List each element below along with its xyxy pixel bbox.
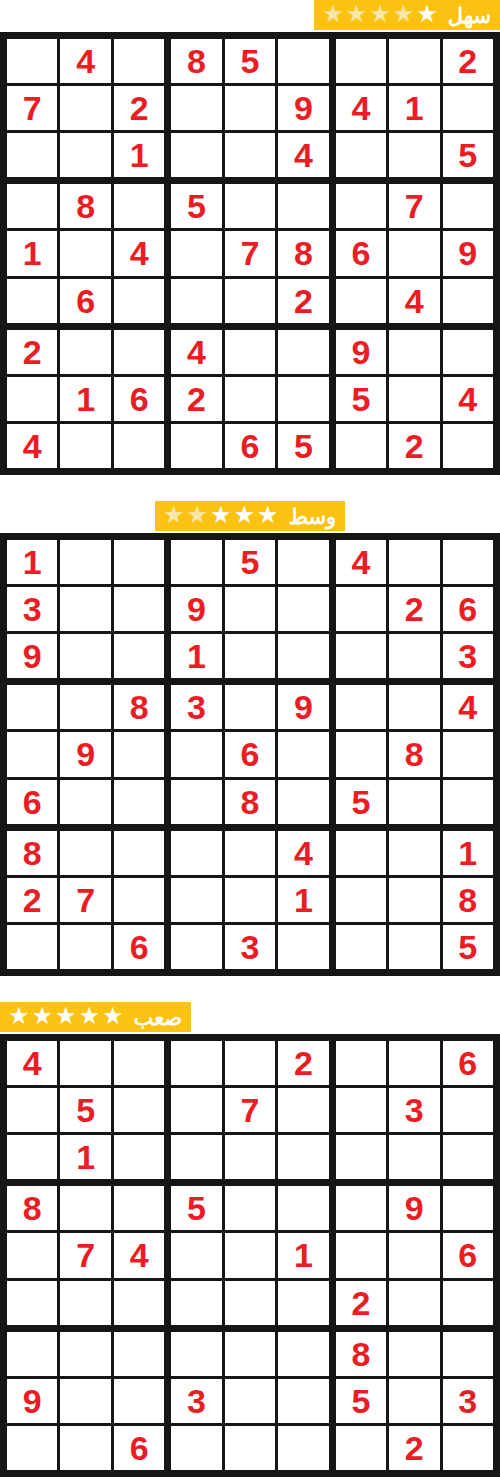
sudoku-cell-r6c8[interactable]	[389, 1281, 439, 1325]
puzzle-easy: ★★★★★ سهل 485272941145857147869624249162…	[0, 0, 500, 475]
difficulty-label: سهل	[448, 5, 491, 26]
sudoku-cell-r4c7[interactable]	[336, 184, 386, 228]
sudoku-cell-r4c6[interactable]: 9	[278, 685, 328, 729]
sudoku-cell-r1c7[interactable]	[336, 1041, 386, 1085]
sudoku-cell-r9c8[interactable]	[389, 925, 439, 969]
sudoku-cell-r8c4[interactable]: 2	[171, 377, 221, 421]
sudoku-cell-r2c8[interactable]: 1	[389, 86, 439, 130]
sudoku-cell-r6c6[interactable]	[278, 780, 328, 824]
sudoku-cell-r2c1[interactable]: 3	[7, 587, 57, 631]
sudoku-cell-r4c6[interactable]	[278, 184, 328, 228]
sudoku-cell-r4c5[interactable]	[225, 685, 275, 729]
sudoku-cell-r1c2[interactable]	[60, 540, 110, 584]
star-faded-icon: ★	[369, 2, 391, 26]
sudoku-cell-r8c9[interactable]: 8	[443, 878, 493, 922]
sudoku-cell-r8c9[interactable]: 3	[443, 1379, 493, 1423]
difficulty-banner-hard: ★★★★★ صعب	[0, 1002, 191, 1032]
sudoku-cell-r2c4[interactable]: 9	[171, 587, 221, 631]
banner-row-easy: ★★★★★ سهل	[0, 0, 500, 30]
sudoku-cell-r5c2[interactable]: 7	[60, 1233, 110, 1277]
sudoku-cell-r3c9[interactable]: 5	[443, 133, 493, 177]
sudoku-cell-r6c1[interactable]: 6	[7, 780, 57, 824]
star-faded-icon: ★	[186, 503, 208, 527]
sudoku-cell-r6c2[interactable]: 6	[60, 279, 110, 323]
sudoku-cell-r2c1[interactable]	[7, 1088, 57, 1132]
sudoku-cell-r7c4[interactable]	[171, 831, 221, 875]
sudoku-cell-r5c5[interactable]: 7	[225, 231, 275, 275]
spacer	[0, 976, 500, 1002]
sudoku-cell-r1c9[interactable]: 6	[443, 1041, 493, 1085]
sudoku-cell-r5c7[interactable]: 6	[336, 231, 386, 275]
sudoku-cell-r2c9[interactable]	[443, 86, 493, 130]
sudoku-cell-r2c5[interactable]	[225, 86, 275, 130]
sudoku-cell-r1c4[interactable]	[171, 540, 221, 584]
sudoku-cell-r7c3[interactable]	[114, 330, 164, 374]
sudoku-cell-r5c8[interactable]	[389, 231, 439, 275]
sudoku-cell-r5c6[interactable]: 8	[278, 231, 328, 275]
sudoku-cell-r8c1[interactable]	[7, 377, 57, 421]
sudoku-cell-r9c3[interactable]: 6	[114, 925, 164, 969]
sudoku-cell-r4c2[interactable]	[60, 1186, 110, 1230]
sudoku-cell-r6c8[interactable]: 4	[389, 279, 439, 323]
star-filled-icon: ★	[8, 1004, 30, 1028]
sudoku-cell-r4c2[interactable]: 8	[60, 184, 110, 228]
sudoku-cell-r5c5[interactable]: 6	[225, 732, 275, 776]
sudoku-cell-r4c9[interactable]: 4	[443, 685, 493, 729]
sudoku-cell-r2c7[interactable]	[336, 587, 386, 631]
sudoku-cell-r1c3[interactable]	[114, 39, 164, 83]
sudoku-cell-r7c1[interactable]: 2	[7, 330, 57, 374]
sudoku-cell-r1c9[interactable]: 2	[443, 39, 493, 83]
sudoku-cell-r9c3[interactable]: 6	[114, 1426, 164, 1470]
sudoku-cell-r3c7[interactable]	[336, 133, 386, 177]
sudoku-cell-r2c6[interactable]: 9	[278, 86, 328, 130]
sudoku-cell-r9c2[interactable]	[60, 1426, 110, 1470]
sudoku-cell-r3c1[interactable]	[7, 1135, 57, 1179]
sudoku-cell-r9c1[interactable]	[7, 925, 57, 969]
sudoku-cell-r2c6[interactable]	[278, 1088, 328, 1132]
sudoku-grid-easy: 485272941145857147869624249162544652	[0, 32, 500, 475]
sudoku-cell-r1c4[interactable]: 8	[171, 39, 221, 83]
sudoku-cell-r4c1[interactable]	[7, 184, 57, 228]
sudoku-cell-r6c9[interactable]	[443, 780, 493, 824]
sudoku-cell-r4c5[interactable]	[225, 184, 275, 228]
star-faded-icon: ★	[393, 2, 415, 26]
star-faded-icon: ★	[346, 2, 368, 26]
sudoku-cell-r7c2[interactable]	[60, 831, 110, 875]
sudoku-cell-r7c8[interactable]	[389, 831, 439, 875]
sudoku-cell-r1c2[interactable]	[60, 1041, 110, 1085]
sudoku-cell-r5c6[interactable]: 1	[278, 1233, 328, 1277]
sudoku-cell-r2c1[interactable]: 7	[7, 86, 57, 130]
sudoku-cell-r1c8[interactable]	[389, 1041, 439, 1085]
sudoku-cell-r7c6[interactable]	[278, 1332, 328, 1376]
sudoku-cell-r2c5[interactable]	[225, 587, 275, 631]
sudoku-cell-r9c6[interactable]	[278, 925, 328, 969]
sudoku-cell-r7c7[interactable]	[336, 831, 386, 875]
sudoku-cell-r5c2[interactable]: 9	[60, 732, 110, 776]
sudoku-cell-r4c8[interactable]: 7	[389, 184, 439, 228]
sudoku-cell-r8c2[interactable]: 1	[60, 377, 110, 421]
puzzle-hard: ★★★★★ صعب 4265731859741628935362	[0, 1002, 500, 1477]
sudoku-cell-r1c8[interactable]	[389, 39, 439, 83]
sudoku-cell-r8c2[interactable]	[60, 1379, 110, 1423]
sudoku-cell-r9c9[interactable]	[443, 424, 493, 468]
sudoku-cell-r6c7[interactable]: 2	[336, 1281, 386, 1325]
sudoku-cell-r5c7[interactable]	[336, 1233, 386, 1277]
sudoku-cell-r4c5[interactable]	[225, 1186, 275, 1230]
sudoku-cell-r3c5[interactable]	[225, 133, 275, 177]
sudoku-cell-r1c6[interactable]	[278, 540, 328, 584]
sudoku-cell-r9c6[interactable]: 5	[278, 424, 328, 468]
sudoku-cell-r7c7[interactable]: 8	[336, 1332, 386, 1376]
sudoku-cell-r2c5[interactable]: 7	[225, 1088, 275, 1132]
sudoku-cell-r7c8[interactable]	[389, 330, 439, 374]
sudoku-cell-r5c9[interactable]: 6	[443, 1233, 493, 1277]
sudoku-cell-r8c7[interactable]: 5	[336, 1379, 386, 1423]
sudoku-cell-r1c6[interactable]: 2	[278, 1041, 328, 1085]
sudoku-cell-r1c1[interactable]	[7, 39, 57, 83]
sudoku-cell-r7c7[interactable]: 9	[336, 330, 386, 374]
sudoku-cell-r5c2[interactable]	[60, 231, 110, 275]
sudoku-cell-r7c6[interactable]: 4	[278, 831, 328, 875]
sudoku-cell-r3c5[interactable]	[225, 1135, 275, 1179]
sudoku-cell-r3c9[interactable]	[443, 1135, 493, 1179]
sudoku-cell-r4c3[interactable]	[114, 184, 164, 228]
sudoku-cell-r2c4[interactable]	[171, 86, 221, 130]
sudoku-cell-r5c8[interactable]: 8	[389, 732, 439, 776]
sudoku-cell-r5c8[interactable]	[389, 1233, 439, 1277]
sudoku-grid-medium: 154392691383949686858412718635	[0, 533, 500, 976]
sudoku-cell-r9c2[interactable]	[60, 925, 110, 969]
difficulty-label: وسط	[288, 506, 336, 527]
sudoku-cell-r2c9[interactable]: 6	[443, 587, 493, 631]
star-filled-icon: ★	[416, 2, 438, 26]
star-filled-icon: ★	[32, 1004, 54, 1028]
sudoku-cell-r5c7[interactable]	[336, 732, 386, 776]
sudoku-cell-r5c3[interactable]	[114, 732, 164, 776]
sudoku-cell-r1c3[interactable]	[114, 1041, 164, 1085]
sudoku-cell-r9c8[interactable]: 2	[389, 1426, 439, 1470]
sudoku-cell-r2c9[interactable]	[443, 1088, 493, 1132]
sudoku-cell-r6c5[interactable]	[225, 279, 275, 323]
sudoku-cell-r3c7[interactable]	[336, 634, 386, 678]
star-filled-icon: ★	[210, 503, 232, 527]
sudoku-cell-r1c4[interactable]	[171, 1041, 221, 1085]
sudoku-cell-r4c4[interactable]: 5	[171, 1186, 221, 1230]
star-filled-icon: ★	[233, 503, 255, 527]
sudoku-cell-r5c9[interactable]	[443, 732, 493, 776]
sudoku-cell-r3c3[interactable]: 1	[114, 133, 164, 177]
sudoku-cell-r7c4[interactable]	[171, 1332, 221, 1376]
sudoku-cell-r9c7[interactable]	[336, 925, 386, 969]
sudoku-cell-r6c9[interactable]	[443, 279, 493, 323]
sudoku-cell-r3c3[interactable]	[114, 634, 164, 678]
sudoku-cell-r7c9[interactable]	[443, 330, 493, 374]
sudoku-cell-r1c6[interactable]	[278, 39, 328, 83]
sudoku-cell-r1c5[interactable]	[225, 1041, 275, 1085]
sudoku-cell-r8c1[interactable]: 2	[7, 878, 57, 922]
sudoku-cell-r8c4[interactable]	[171, 878, 221, 922]
sudoku-cell-r3c4[interactable]	[171, 1135, 221, 1179]
sudoku-page: ★★★★★ سهل 485272941145857147869624249162…	[0, 0, 500, 1477]
sudoku-cell-r8c5[interactable]	[225, 377, 275, 421]
sudoku-cell-r4c1[interactable]: 8	[7, 1186, 57, 1230]
sudoku-cell-r5c1[interactable]	[7, 1233, 57, 1277]
sudoku-cell-r4c8[interactable]	[389, 685, 439, 729]
sudoku-cell-r2c3[interactable]: 2	[114, 86, 164, 130]
sudoku-grid-hard: 4265731859741628935362	[0, 1034, 500, 1477]
sudoku-cell-r6c9[interactable]	[443, 1281, 493, 1325]
star-faded-icon: ★	[322, 2, 344, 26]
sudoku-cell-r6c1[interactable]	[7, 279, 57, 323]
sudoku-cell-r9c5[interactable]: 3	[225, 925, 275, 969]
sudoku-cell-r1c9[interactable]	[443, 540, 493, 584]
sudoku-cell-r4c4[interactable]: 5	[171, 184, 221, 228]
sudoku-cell-r5c9[interactable]: 9	[443, 231, 493, 275]
sudoku-cell-r2c7[interactable]: 4	[336, 86, 386, 130]
sudoku-cell-r9c8[interactable]: 2	[389, 424, 439, 468]
sudoku-cell-r9c3[interactable]	[114, 424, 164, 468]
sudoku-cell-r2c2[interactable]: 5	[60, 1088, 110, 1132]
sudoku-cell-r8c8[interactable]	[389, 878, 439, 922]
sudoku-cell-r3c2[interactable]	[60, 634, 110, 678]
star-filled-icon: ★	[55, 1004, 77, 1028]
sudoku-cell-r2c3[interactable]	[114, 1088, 164, 1132]
sudoku-cell-r8c5[interactable]	[225, 878, 275, 922]
sudoku-cell-r7c2[interactable]	[60, 1332, 110, 1376]
sudoku-cell-r1c3[interactable]	[114, 540, 164, 584]
sudoku-cell-r6c5[interactable]	[225, 1281, 275, 1325]
sudoku-cell-r6c2[interactable]	[60, 780, 110, 824]
sudoku-cell-r5c6[interactable]	[278, 732, 328, 776]
difficulty-banner-medium: ★★★★★ وسط	[155, 501, 345, 531]
banner-row-medium: ★★★★★ وسط	[0, 501, 500, 531]
sudoku-cell-r3c9[interactable]: 3	[443, 634, 493, 678]
sudoku-cell-r5c5[interactable]	[225, 1233, 275, 1277]
sudoku-cell-r6c6[interactable]	[278, 1281, 328, 1325]
sudoku-cell-r7c6[interactable]	[278, 330, 328, 374]
sudoku-cell-r7c8[interactable]	[389, 1332, 439, 1376]
star-rating: ★★★★★	[7, 1005, 125, 1029]
sudoku-cell-r3c5[interactable]	[225, 634, 275, 678]
sudoku-cell-r9c1[interactable]: 4	[7, 424, 57, 468]
sudoku-cell-r9c9[interactable]	[443, 1426, 493, 1470]
sudoku-cell-r3c6[interactable]	[278, 1135, 328, 1179]
sudoku-cell-r1c7[interactable]	[336, 39, 386, 83]
sudoku-cell-r7c5[interactable]	[225, 330, 275, 374]
sudoku-cell-r5c4[interactable]	[171, 732, 221, 776]
sudoku-cell-r6c3[interactable]	[114, 279, 164, 323]
sudoku-cell-r3c1[interactable]: 9	[7, 634, 57, 678]
sudoku-cell-r4c6[interactable]	[278, 1186, 328, 1230]
sudoku-cell-r4c9[interactable]	[443, 1186, 493, 1230]
sudoku-cell-r8c6[interactable]: 1	[278, 878, 328, 922]
star-filled-icon: ★	[257, 503, 279, 527]
sudoku-cell-r3c8[interactable]	[389, 133, 439, 177]
sudoku-cell-r6c4[interactable]	[171, 1281, 221, 1325]
star-faded-icon: ★	[163, 503, 185, 527]
sudoku-cell-r4c8[interactable]: 9	[389, 1186, 439, 1230]
sudoku-cell-r8c1[interactable]: 9	[7, 1379, 57, 1423]
sudoku-cell-r3c1[interactable]	[7, 133, 57, 177]
sudoku-cell-r5c1[interactable]	[7, 732, 57, 776]
sudoku-cell-r2c8[interactable]: 2	[389, 587, 439, 631]
sudoku-cell-r9c2[interactable]	[60, 424, 110, 468]
sudoku-cell-r8c8[interactable]	[389, 377, 439, 421]
sudoku-cell-r1c5[interactable]: 5	[225, 540, 275, 584]
sudoku-cell-r8c5[interactable]	[225, 1379, 275, 1423]
star-rating: ★★★★★	[162, 504, 280, 528]
star-filled-icon: ★	[102, 1004, 124, 1028]
sudoku-cell-r9c5[interactable]: 6	[225, 424, 275, 468]
sudoku-cell-r2c7[interactable]	[336, 1088, 386, 1132]
sudoku-cell-r9c7[interactable]	[336, 1426, 386, 1470]
sudoku-cell-r2c4[interactable]	[171, 1088, 221, 1132]
sudoku-cell-r8c6[interactable]	[278, 377, 328, 421]
sudoku-cell-r5c3[interactable]: 4	[114, 1233, 164, 1277]
sudoku-cell-r9c4[interactable]	[171, 1426, 221, 1470]
sudoku-cell-r1c5[interactable]: 5	[225, 39, 275, 83]
sudoku-cell-r3c8[interactable]	[389, 1135, 439, 1179]
sudoku-cell-r7c5[interactable]	[225, 831, 275, 875]
sudoku-cell-r4c1[interactable]	[7, 685, 57, 729]
sudoku-cell-r1c1[interactable]: 1	[7, 540, 57, 584]
sudoku-cell-r4c4[interactable]: 3	[171, 685, 221, 729]
sudoku-cell-r9c5[interactable]	[225, 1426, 275, 1470]
sudoku-cell-r6c4[interactable]	[171, 279, 221, 323]
sudoku-cell-r3c8[interactable]	[389, 634, 439, 678]
sudoku-cell-r3c6[interactable]: 4	[278, 133, 328, 177]
sudoku-cell-r9c1[interactable]	[7, 1426, 57, 1470]
sudoku-cell-r2c8[interactable]: 3	[389, 1088, 439, 1132]
sudoku-cell-r6c8[interactable]	[389, 780, 439, 824]
sudoku-cell-r8c9[interactable]: 4	[443, 377, 493, 421]
sudoku-cell-r7c1[interactable]	[7, 1332, 57, 1376]
sudoku-cell-r1c1[interactable]: 4	[7, 1041, 57, 1085]
sudoku-cell-r4c3[interactable]: 8	[114, 685, 164, 729]
sudoku-cell-r3c3[interactable]	[114, 1135, 164, 1179]
sudoku-cell-r7c3[interactable]	[114, 1332, 164, 1376]
sudoku-cell-r8c4[interactable]: 3	[171, 1379, 221, 1423]
spacer	[0, 475, 500, 501]
sudoku-cell-r6c3[interactable]	[114, 780, 164, 824]
sudoku-cell-r5c4[interactable]	[171, 231, 221, 275]
sudoku-cell-r8c3[interactable]: 6	[114, 377, 164, 421]
sudoku-cell-r6c1[interactable]	[7, 1281, 57, 1325]
sudoku-cell-r5c1[interactable]: 1	[7, 231, 57, 275]
sudoku-cell-r3c4[interactable]	[171, 133, 221, 177]
sudoku-cell-r1c8[interactable]	[389, 540, 439, 584]
sudoku-cell-r6c7[interactable]: 5	[336, 780, 386, 824]
sudoku-cell-r4c3[interactable]	[114, 1186, 164, 1230]
sudoku-cell-r3c4[interactable]: 1	[171, 634, 221, 678]
banner-row-hard: ★★★★★ صعب	[0, 1002, 500, 1032]
sudoku-cell-r4c9[interactable]	[443, 184, 493, 228]
sudoku-cell-r4c7[interactable]	[336, 1186, 386, 1230]
sudoku-cell-r7c3[interactable]	[114, 831, 164, 875]
sudoku-cell-r1c2[interactable]: 4	[60, 39, 110, 83]
sudoku-cell-r7c2[interactable]	[60, 330, 110, 374]
sudoku-cell-r2c2[interactable]	[60, 587, 110, 631]
sudoku-cell-r5c3[interactable]: 4	[114, 231, 164, 275]
sudoku-cell-r4c7[interactable]	[336, 685, 386, 729]
sudoku-cell-r3c7[interactable]	[336, 1135, 386, 1179]
sudoku-cell-r8c6[interactable]	[278, 1379, 328, 1423]
sudoku-cell-r6c2[interactable]	[60, 1281, 110, 1325]
star-filled-icon: ★	[79, 1004, 101, 1028]
sudoku-cell-r5c4[interactable]	[171, 1233, 221, 1277]
sudoku-cell-r6c3[interactable]	[114, 1281, 164, 1325]
sudoku-cell-r7c5[interactable]	[225, 1332, 275, 1376]
sudoku-cell-r2c6[interactable]	[278, 587, 328, 631]
sudoku-cell-r7c9[interactable]: 1	[443, 831, 493, 875]
sudoku-cell-r6c5[interactable]: 8	[225, 780, 275, 824]
sudoku-cell-r9c9[interactable]: 5	[443, 925, 493, 969]
sudoku-cell-r4c2[interactable]	[60, 685, 110, 729]
sudoku-cell-r6c4[interactable]	[171, 780, 221, 824]
difficulty-label: صعب	[134, 1007, 183, 1028]
sudoku-cell-r9c6[interactable]	[278, 1426, 328, 1470]
sudoku-cell-r9c4[interactable]	[171, 925, 221, 969]
sudoku-cell-r2c2[interactable]	[60, 86, 110, 130]
sudoku-cell-r6c6[interactable]: 2	[278, 279, 328, 323]
sudoku-cell-r7c1[interactable]: 8	[7, 831, 57, 875]
star-rating: ★★★★★	[321, 3, 439, 27]
sudoku-cell-r8c2[interactable]: 7	[60, 878, 110, 922]
puzzle-medium: ★★★★★ وسط 154392691383949686858412718635	[0, 501, 500, 976]
sudoku-cell-r7c4[interactable]: 4	[171, 330, 221, 374]
sudoku-cell-r9c4[interactable]	[171, 424, 221, 468]
difficulty-banner-easy: ★★★★★ سهل	[314, 0, 500, 30]
sudoku-cell-r3c6[interactable]	[278, 634, 328, 678]
sudoku-cell-r9c7[interactable]	[336, 424, 386, 468]
sudoku-cell-r7c9[interactable]	[443, 1332, 493, 1376]
sudoku-cell-r8c8[interactable]	[389, 1379, 439, 1423]
sudoku-cell-r8c3[interactable]	[114, 878, 164, 922]
sudoku-cell-r2c3[interactable]	[114, 587, 164, 631]
sudoku-cell-r8c7[interactable]	[336, 878, 386, 922]
sudoku-cell-r6c7[interactable]	[336, 279, 386, 323]
sudoku-cell-r1c7[interactable]: 4	[336, 540, 386, 584]
sudoku-cell-r8c7[interactable]: 5	[336, 377, 386, 421]
sudoku-cell-r3c2[interactable]	[60, 133, 110, 177]
sudoku-cell-r3c2[interactable]: 1	[60, 1135, 110, 1179]
sudoku-cell-r8c3[interactable]	[114, 1379, 164, 1423]
